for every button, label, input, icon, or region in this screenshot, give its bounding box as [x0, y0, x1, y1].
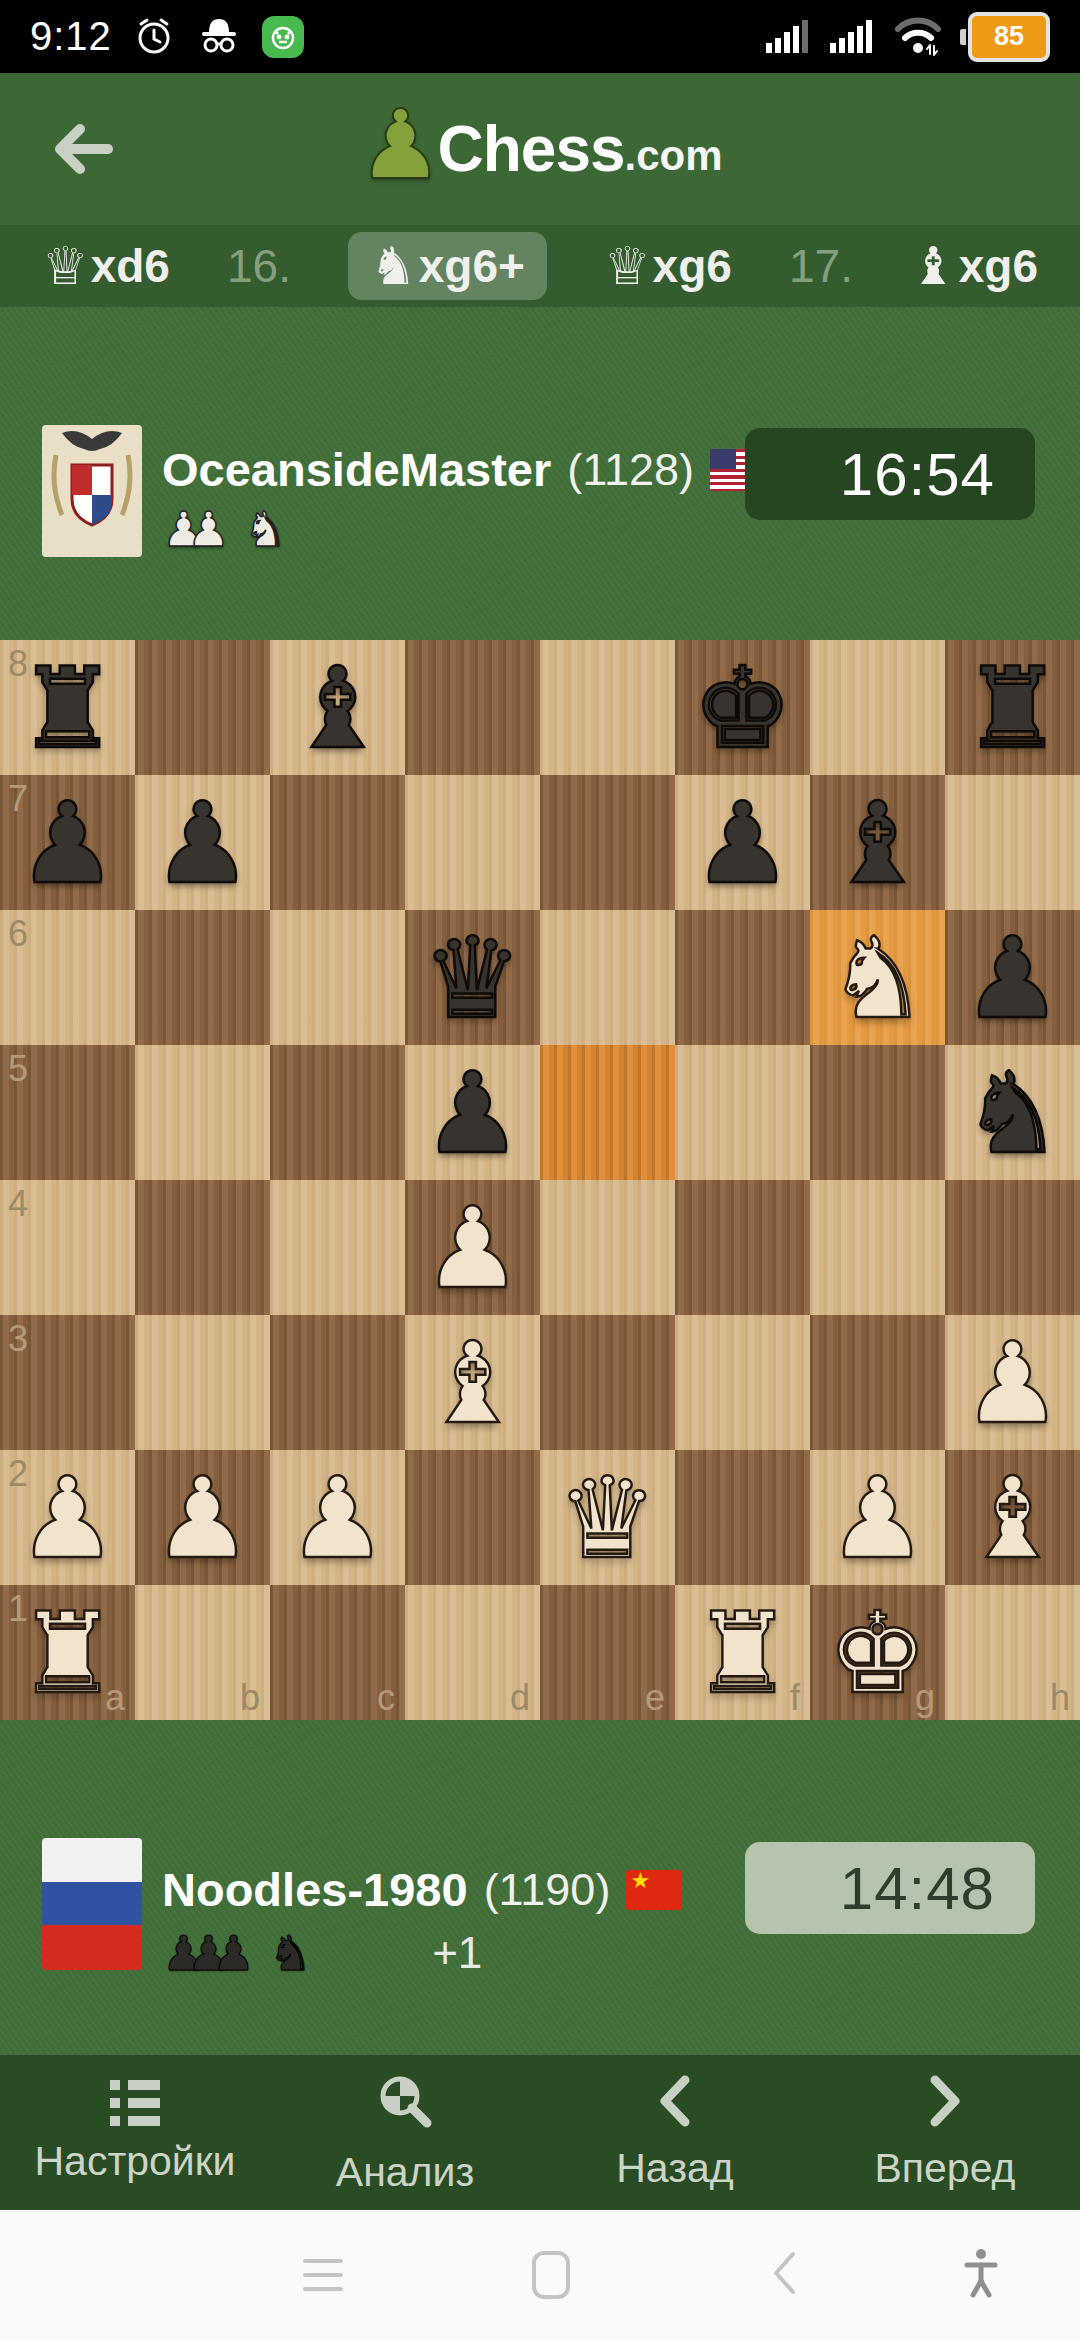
player-bottom-captured-pieces: ♟♟♟♞+1: [162, 1928, 482, 1978]
square-b8[interactable]: [135, 640, 270, 775]
status-bar: 9:12: [0, 0, 1080, 73]
piece-black-knight-h5[interactable]: ♞: [945, 1045, 1080, 1180]
menu-icon[interactable]: [303, 2259, 343, 2291]
square-g5[interactable]: [810, 1045, 945, 1180]
move-text: xd6: [91, 243, 170, 289]
square-b2[interactable]: ♟: [135, 1450, 270, 1585]
piece-white-pawn-b2[interactable]: ♟: [135, 1450, 270, 1585]
analysis-label: Анализ: [336, 2149, 474, 2196]
square-a8[interactable]: 8♜: [0, 640, 135, 775]
move-entry-current[interactable]: ♞xg6+: [348, 232, 547, 300]
square-a5[interactable]: 5: [0, 1045, 135, 1180]
captured-white-pawn: ♟: [187, 505, 230, 553]
piece-black-pawn-h6[interactable]: ♟: [945, 910, 1080, 1045]
square-g7[interactable]: ♝: [810, 775, 945, 910]
square-f8[interactable]: ♚: [675, 640, 810, 775]
file-label-b: b: [240, 1680, 260, 1716]
square-f7[interactable]: ♟: [675, 775, 810, 910]
back-move-label: Назад: [616, 2145, 733, 2192]
square-c6[interactable]: [270, 910, 405, 1045]
chevron-right-icon: [921, 2073, 969, 2133]
square-c1[interactable]: c: [270, 1585, 405, 1720]
file-label-h: h: [1050, 1680, 1070, 1716]
signal-icon: [828, 15, 876, 59]
player-bottom-name-row: Noodles-1980 (1190): [162, 1862, 682, 1917]
piece-black-king-f8[interactable]: ♚: [675, 640, 810, 775]
incognito-icon: [196, 12, 242, 62]
move-number: 16.: [227, 239, 291, 293]
square-d3[interactable]: ♝: [405, 1315, 540, 1450]
square-b7[interactable]: ♟: [135, 775, 270, 910]
piece-white-pawn-c2[interactable]: ♟: [270, 1450, 405, 1585]
square-c4[interactable]: [270, 1180, 405, 1315]
move-text: xg6: [959, 243, 1038, 289]
piece-black-pawn-d5[interactable]: ♟: [405, 1045, 540, 1180]
settings-button[interactable]: Настройки: [0, 2055, 270, 2210]
forward-move-label: Вперед: [875, 2145, 1016, 2192]
square-a7[interactable]: 7♟: [0, 775, 135, 910]
square-g8[interactable]: [810, 640, 945, 775]
piece-white-bishop-h2[interactable]: ♝: [945, 1450, 1080, 1585]
accessibility-icon[interactable]: [957, 2247, 1005, 2303]
piece-white-pawn-h3[interactable]: ♟: [945, 1315, 1080, 1450]
chesscom-logo: ♟ Chess .com: [0, 73, 1080, 225]
player-bottom-clock: 14:48: [745, 1842, 1035, 1934]
chess-app-screen: 9:12: [0, 0, 1080, 2340]
square-b5[interactable]: [135, 1045, 270, 1180]
move-figurine: ♝: [910, 240, 957, 292]
piece-white-king-g1[interactable]: ♚: [810, 1585, 945, 1720]
logo-suffix: .com: [625, 132, 723, 180]
app-header: ♟ Chess .com: [0, 73, 1080, 225]
back-move-button[interactable]: Назад: [540, 2055, 810, 2210]
move-entry[interactable]: ♕xg6: [604, 240, 732, 292]
piece-white-knight-g6[interactable]: ♞: [810, 910, 945, 1045]
player-top-name[interactable]: OceansideMaster: [162, 442, 551, 497]
player-bottom-rating: (1190): [484, 1864, 611, 1916]
square-d4[interactable]: ♟: [405, 1180, 540, 1315]
move-figurine: ♕: [42, 240, 89, 292]
player-top-captured-pieces: ♟♟♞: [162, 505, 287, 553]
piece-black-rook-a8[interactable]: ♜: [0, 640, 135, 775]
square-c2[interactable]: ♟: [270, 1450, 405, 1585]
piece-white-rook-a1[interactable]: ♜: [0, 1585, 135, 1720]
russia-flag-avatar: [42, 1838, 142, 1970]
square-g2[interactable]: ♟: [810, 1450, 945, 1585]
captured-black-pawn: ♟: [212, 1929, 255, 1977]
square-e4[interactable]: [540, 1180, 675, 1315]
captured-white-knight: ♞: [244, 505, 287, 553]
square-d1[interactable]: d: [405, 1585, 540, 1720]
file-label-d: d: [510, 1680, 530, 1716]
move-figurine: ♞: [370, 240, 417, 292]
piece-black-rook-h8[interactable]: ♜: [945, 640, 1080, 775]
logo-pawn-icon: ♟: [357, 89, 443, 201]
square-g6[interactable]: ♞: [810, 910, 945, 1045]
square-a1[interactable]: 1a♜: [0, 1585, 135, 1720]
square-a2[interactable]: 2♟: [0, 1450, 135, 1585]
settings-label: Настройки: [34, 2138, 235, 2185]
square-a4[interactable]: 4: [0, 1180, 135, 1315]
square-f1[interactable]: f♜: [675, 1585, 810, 1720]
square-e7[interactable]: [540, 775, 675, 910]
move-text: xg6+: [419, 243, 525, 289]
player-bottom-avatar[interactable]: [42, 1838, 142, 1970]
chevron-left-icon: [651, 2073, 699, 2133]
analysis-button[interactable]: Анализ: [270, 2055, 540, 2210]
wifi-icon: [892, 13, 944, 61]
square-h7[interactable]: [945, 775, 1080, 910]
piece-black-queen-d6[interactable]: ♛: [405, 910, 540, 1045]
square-c8[interactable]: ♝: [270, 640, 405, 775]
square-b6[interactable]: [135, 910, 270, 1045]
forward-move-button[interactable]: Вперед: [810, 2055, 1080, 2210]
analysis-icon: [373, 2069, 437, 2137]
player-top-rating: (1128): [567, 444, 694, 496]
signal-icon: [764, 15, 812, 59]
rank-label-6: 6: [8, 916, 28, 952]
square-c5[interactable]: [270, 1045, 405, 1180]
square-d8[interactable]: [405, 640, 540, 775]
bottom-toolbar: Настройки Анализ Назад: [0, 2055, 1080, 2210]
piece-black-pawn-f7[interactable]: ♟: [675, 775, 810, 910]
square-h5[interactable]: ♞: [945, 1045, 1080, 1180]
battery-percent: 85: [968, 12, 1050, 62]
square-e6[interactable]: [540, 910, 675, 1045]
square-b4[interactable]: [135, 1180, 270, 1315]
status-right-cluster: 85: [764, 12, 1050, 62]
rank-label-3: 3: [8, 1321, 28, 1357]
alarm-icon: [132, 13, 176, 61]
square-a6[interactable]: 6: [0, 910, 135, 1045]
piece-black-pawn-a7[interactable]: ♟: [0, 775, 135, 910]
square-f5[interactable]: [675, 1045, 810, 1180]
piece-white-pawn-a2[interactable]: ♟: [0, 1450, 135, 1585]
status-left-cluster: 9:12: [30, 12, 304, 62]
square-b3[interactable]: [135, 1315, 270, 1450]
back-arrow-icon[interactable]: [48, 117, 118, 181]
square-d2[interactable]: [405, 1450, 540, 1585]
square-d7[interactable]: [405, 775, 540, 910]
piece-black-bishop-g7[interactable]: ♝: [810, 775, 945, 910]
square-e5[interactable]: [540, 1045, 675, 1180]
square-g4[interactable]: [810, 1180, 945, 1315]
square-c3[interactable]: [270, 1315, 405, 1450]
move-list-bar: ♕xd616.♞xg6+♕xg617.♝xg6: [0, 225, 1080, 307]
move-entry[interactable]: ♕xd6: [42, 240, 170, 292]
square-e8[interactable]: [540, 640, 675, 775]
square-g1[interactable]: g♚: [810, 1585, 945, 1720]
square-f2[interactable]: [675, 1450, 810, 1585]
square-c7[interactable]: [270, 775, 405, 910]
back-icon[interactable]: [767, 2249, 801, 2301]
square-e3[interactable]: [540, 1315, 675, 1450]
android-nav-bar: [0, 2210, 1080, 2340]
square-f4[interactable]: [675, 1180, 810, 1315]
battery-icon: 85: [960, 12, 1050, 62]
square-d6[interactable]: ♛: [405, 910, 540, 1045]
square-h3[interactable]: ♟: [945, 1315, 1080, 1450]
square-d5[interactable]: ♟: [405, 1045, 540, 1180]
rank-label-5: 5: [8, 1051, 28, 1087]
move-entry[interactable]: ♝xg6: [910, 240, 1038, 292]
piece-black-pawn-b7[interactable]: ♟: [135, 775, 270, 910]
player-top-name-row: OceansideMaster (1128): [162, 442, 770, 497]
player-top-clock: 16:54: [745, 428, 1035, 520]
square-f3[interactable]: [675, 1315, 810, 1450]
move-figurine: ♕: [604, 240, 651, 292]
square-f6[interactable]: [675, 910, 810, 1045]
settings-list-icon: [110, 2080, 160, 2126]
coat-of-arms-avatar: [42, 425, 142, 557]
square-h8[interactable]: ♜: [945, 640, 1080, 775]
piece-white-bishop-d3[interactable]: ♝: [405, 1315, 540, 1450]
square-g3[interactable]: [810, 1315, 945, 1450]
square-a3[interactable]: 3: [0, 1315, 135, 1450]
piece-black-bishop-c8[interactable]: ♝: [270, 640, 405, 775]
square-e2[interactable]: ♛: [540, 1450, 675, 1585]
piece-white-pawn-d4[interactable]: ♟: [405, 1180, 540, 1315]
player-top-section: OceansideMaster (1128) ♟♟♞ 16:54: [0, 307, 1080, 640]
china-flag-icon: [626, 1870, 682, 1910]
square-e1[interactable]: e: [540, 1585, 675, 1720]
player-top-avatar[interactable]: [42, 425, 142, 557]
captured-black-knight: ♞: [269, 1929, 312, 1977]
player-bottom-section: Noodles-1980 (1190) ♟♟♟♞+1 14:48: [0, 1720, 1080, 2055]
rank-label-4: 4: [8, 1186, 28, 1222]
move-number: 17.: [789, 239, 853, 293]
logo-text: Chess: [437, 112, 624, 186]
file-label-c: c: [377, 1680, 395, 1716]
square-b1[interactable]: b: [135, 1585, 270, 1720]
chess-board[interactable]: 8♜♝♚♜7♟♟♟♝6♛♞♟5♟♞4♟3♝♟2♟♟♟♛♟♝1a♜bcdef♜g♚…: [0, 640, 1080, 1720]
status-time: 9:12: [30, 14, 112, 59]
move-text: xg6: [653, 243, 732, 289]
material-advantage: +1: [432, 1928, 482, 1978]
square-h2[interactable]: ♝: [945, 1450, 1080, 1585]
home-icon[interactable]: [532, 2251, 570, 2299]
green-app-icon: [262, 16, 304, 58]
piece-white-rook-f1[interactable]: ♜: [675, 1585, 810, 1720]
square-h4[interactable]: [945, 1180, 1080, 1315]
player-bottom-name[interactable]: Noodles-1980: [162, 1862, 468, 1917]
file-label-e: e: [645, 1680, 665, 1716]
square-h6[interactable]: ♟: [945, 910, 1080, 1045]
piece-white-pawn-g2[interactable]: ♟: [810, 1450, 945, 1585]
piece-white-queen-e2[interactable]: ♛: [540, 1450, 675, 1585]
square-h1[interactable]: h: [945, 1585, 1080, 1720]
